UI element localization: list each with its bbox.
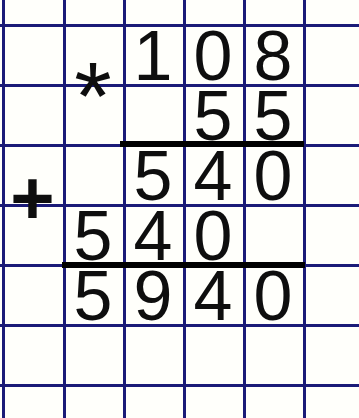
- digit-cell: 0: [243, 146, 303, 206]
- digit-cell: 5: [63, 266, 123, 326]
- multiplier-row: 5 5: [183, 84, 303, 144]
- digit-cell: 1: [123, 26, 183, 86]
- result-row: 5 9 4 0: [63, 264, 303, 324]
- grid-line-horizontal: [0, 384, 359, 387]
- partial-product-2-row: 5 4 0: [63, 204, 243, 264]
- squared-paper: * + 1 0 8 5 5 5 4 0 5 4 0 5 9 4 0: [0, 0, 359, 418]
- addition-rule-line: [62, 262, 305, 268]
- grid-line-vertical: [303, 0, 306, 418]
- multiplication-rule-line: [120, 141, 304, 147]
- digit-cell: 9: [123, 266, 183, 326]
- digit-cell: 0: [243, 266, 303, 326]
- plus-sign: +: [2, 160, 63, 236]
- multiply-sign: *: [63, 48, 123, 144]
- digit-cell: 4: [183, 266, 243, 326]
- multiplicand-row: 1 0 8: [123, 24, 303, 84]
- partial-product-1-row: 5 4 0: [123, 144, 303, 204]
